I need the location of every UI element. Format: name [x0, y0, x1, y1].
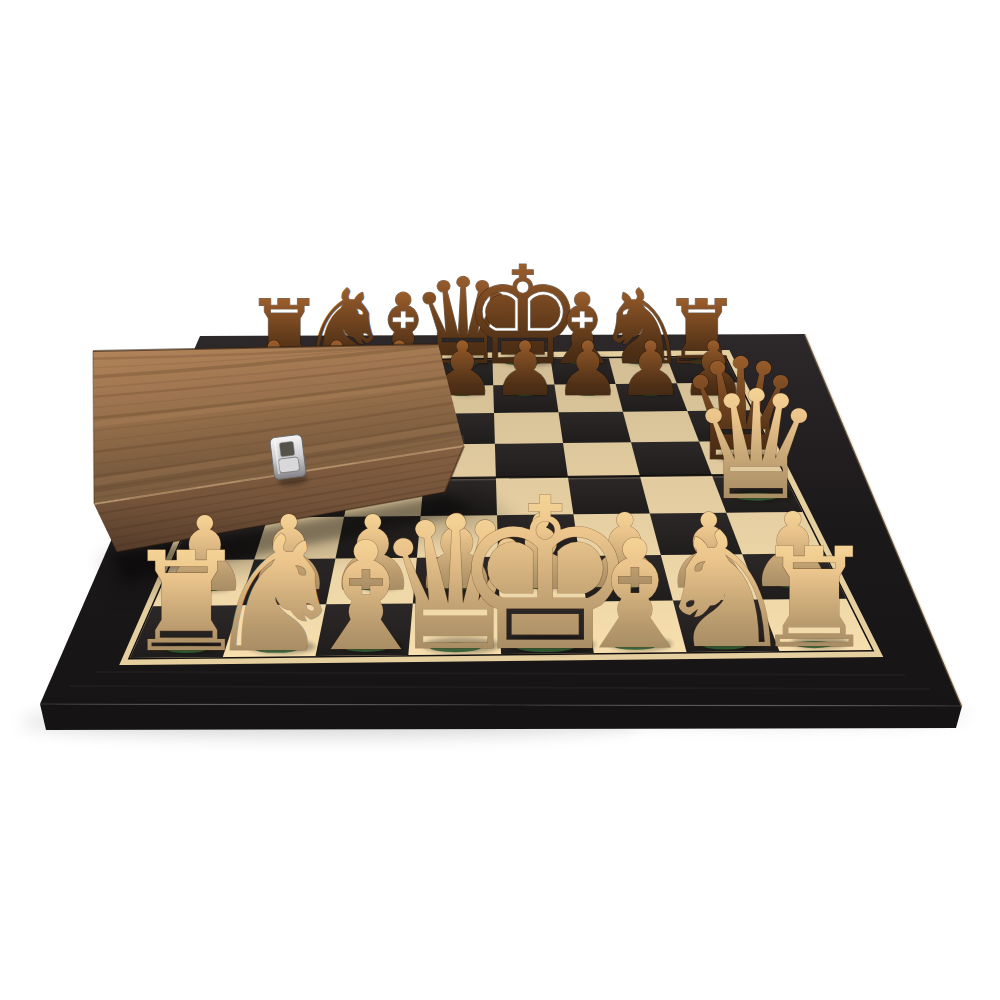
- chess-scene: ♜♞♝♛♚♝♞♜♟♟♟♟♟♟♟♟♛♛♟♟♟♟♟♟♟♟♜♞♝♛♚♝♞♜: [0, 0, 1000, 1000]
- piece-glyph-pawn: ♟: [617, 325, 684, 413]
- chess-product-photo: ♜♞♝♛♚♝♞♜♟♟♟♟♟♟♟♟♛♛♟♟♟♟♟♟♟♟♜♞♝♛♚♝♞♜ rnbqk…: [0, 0, 1000, 1000]
- piece-glyph-pawn: ♟: [491, 325, 558, 413]
- piece-glyph-pawn: ♟: [554, 325, 621, 413]
- board-side-face: [40, 704, 962, 730]
- clasp-hook: [278, 457, 300, 473]
- square-f6: [559, 412, 632, 443]
- box-left-edge: [93, 351, 94, 504]
- piece-glyph-rook: ♜: [753, 519, 876, 678]
- piece-dark-pawn-f7: ♟: [554, 325, 621, 413]
- clasp-slot: [279, 441, 295, 457]
- piece-dark-pawn-g7: ♟: [617, 325, 684, 413]
- piece-dark-pawn-e7: ♟: [491, 325, 558, 413]
- piece-light-rook-h1: ♜: [753, 519, 876, 678]
